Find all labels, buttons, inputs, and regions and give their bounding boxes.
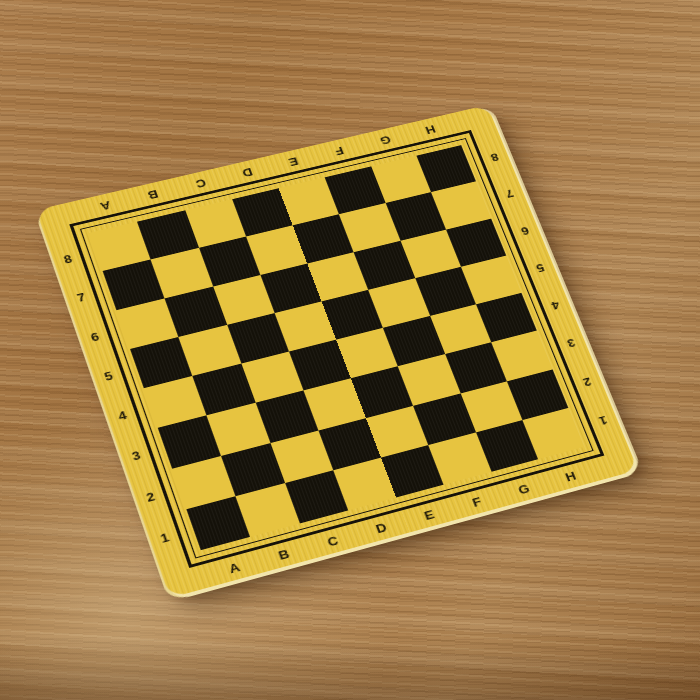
file-label-bottom-d: D	[374, 520, 389, 536]
file-label-bottom-c: C	[325, 533, 340, 549]
file-label-top-a: A	[98, 198, 112, 212]
rank-label-right-1: 1	[597, 413, 609, 428]
file-label-bottom-h: H	[563, 468, 578, 483]
file-label-top-f: F	[333, 144, 345, 158]
rank-label-left-8: 8	[62, 252, 74, 266]
rank-label-left-6: 6	[89, 329, 101, 344]
file-label-bottom-b: B	[276, 546, 291, 562]
rank-label-right-4: 4	[550, 298, 562, 312]
file-label-bottom-f: F	[470, 494, 483, 509]
file-label-top-h: H	[423, 122, 437, 136]
rank-label-right-7: 7	[504, 187, 516, 201]
file-label-bottom-e: E	[422, 507, 436, 523]
rank-label-right-5: 5	[534, 260, 546, 274]
file-label-top-b: B	[146, 187, 160, 201]
file-label-top-g: G	[378, 133, 393, 147]
board-grid	[89, 145, 584, 550]
rank-label-left-7: 7	[75, 290, 87, 304]
rank-label-right-6: 6	[519, 223, 531, 237]
file-label-top-e: E	[287, 154, 300, 168]
rank-label-left-4: 4	[116, 408, 128, 423]
rank-label-right-8: 8	[489, 150, 501, 163]
scene: ABCDEFGHABCDEFGH1234567812345678	[0, 0, 700, 700]
file-label-top-d: D	[240, 165, 254, 179]
rank-label-left-2: 2	[144, 489, 156, 504]
rank-label-left-1: 1	[158, 530, 170, 545]
rank-label-left-5: 5	[102, 368, 114, 383]
file-label-top-c: C	[193, 176, 207, 190]
rank-label-right-2: 2	[581, 374, 593, 388]
file-label-bottom-g: G	[516, 481, 531, 497]
file-label-bottom-a: A	[227, 560, 242, 576]
rank-label-right-3: 3	[565, 336, 577, 350]
rank-label-left-3: 3	[130, 448, 142, 463]
